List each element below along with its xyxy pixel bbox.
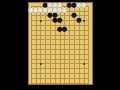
black-stone: ●	[62, 27, 67, 32]
white-stone: ●	[81, 3, 86, 8]
black-stone: ●	[76, 18, 81, 23]
stone-layer: ●●●●●●●●●●●●●●●●●●●●●●●●	[28, 3, 90, 85]
black-stone: ●	[57, 18, 62, 23]
letterbox-left	[0, 0, 28, 90]
letterbox-bottom	[0, 85, 120, 90]
letterbox-top	[0, 0, 120, 2]
go-board[interactable]: ●●●●●●●●●●●●●●●●●●●●●●●●	[28, 2, 93, 85]
letterbox-right	[93, 0, 120, 90]
video-frame: ●●●●●●●●●●●●●●●●●●●●●●●●	[0, 0, 120, 90]
white-stone: ●	[62, 8, 67, 13]
